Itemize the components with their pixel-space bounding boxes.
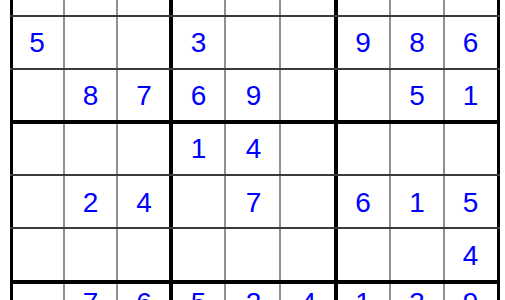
cell-r5c9[interactable]: 5 xyxy=(444,176,497,229)
cell-r7c3[interactable]: 6 xyxy=(117,282,171,300)
cell-r4c4[interactable]: 1 xyxy=(171,122,226,176)
cell-r2c5[interactable] xyxy=(226,16,281,69)
given-digit: 2 xyxy=(83,189,99,217)
cell-r4c5[interactable]: 4 xyxy=(226,122,281,176)
cell-r4c3[interactable] xyxy=(117,122,171,176)
cell-r5c6[interactable] xyxy=(281,176,336,229)
given-digit: 5 xyxy=(409,82,425,110)
cell-r2c8[interactable]: 8 xyxy=(390,16,444,69)
cell-r6c4[interactable] xyxy=(171,229,226,282)
sudoku-board: 5398687695114247615476524139 xyxy=(0,0,505,300)
given-digit: 7 xyxy=(136,82,152,110)
given-digit: 4 xyxy=(463,242,479,270)
given-digit: 9 xyxy=(355,29,371,57)
cell-r3c1[interactable] xyxy=(10,69,64,122)
given-digit: 4 xyxy=(246,135,262,163)
given-digit: 5 xyxy=(463,189,479,217)
cell-r4c8[interactable] xyxy=(390,122,444,176)
cell-r6c3[interactable] xyxy=(117,229,171,282)
given-digit: 9 xyxy=(463,289,479,300)
cell-r6c1[interactable] xyxy=(10,229,64,282)
cell-r6c2[interactable] xyxy=(64,229,117,282)
cell-r7c9[interactable]: 9 xyxy=(444,282,497,300)
given-digit: 5 xyxy=(29,29,45,57)
cell-r3c9[interactable]: 1 xyxy=(444,69,497,122)
cell-r1c2[interactable] xyxy=(64,0,117,16)
cell-r2c4[interactable]: 3 xyxy=(171,16,226,69)
cell-r2c1[interactable]: 5 xyxy=(10,16,64,69)
cell-r2c2[interactable] xyxy=(64,16,117,69)
given-digit: 1 xyxy=(191,135,207,163)
cell-r5c3[interactable]: 4 xyxy=(117,176,171,229)
cell-r1c7[interactable] xyxy=(336,0,390,16)
cell-r5c7[interactable]: 6 xyxy=(336,176,390,229)
cell-r4c6[interactable] xyxy=(281,122,336,176)
cell-r7c6[interactable]: 4 xyxy=(281,282,336,300)
cell-r3c5[interactable]: 9 xyxy=(226,69,281,122)
cell-r1c3[interactable] xyxy=(117,0,171,16)
cell-r1c8[interactable] xyxy=(390,0,444,16)
cell-r2c6[interactable] xyxy=(281,16,336,69)
cell-r5c4[interactable] xyxy=(171,176,226,229)
given-digit: 4 xyxy=(136,189,152,217)
cell-r7c4[interactable]: 5 xyxy=(171,282,226,300)
cell-r2c7[interactable]: 9 xyxy=(336,16,390,69)
cell-r5c2[interactable]: 2 xyxy=(64,176,117,229)
cell-r1c5[interactable] xyxy=(226,0,281,16)
given-digit: 6 xyxy=(191,82,207,110)
cell-r1c9[interactable] xyxy=(444,0,497,16)
cell-r5c1[interactable] xyxy=(10,176,64,229)
given-digit: 5 xyxy=(191,289,207,300)
given-digit: 6 xyxy=(136,289,152,300)
cell-r7c8[interactable]: 3 xyxy=(390,282,444,300)
cell-r3c7[interactable] xyxy=(336,69,390,122)
cell-r1c4[interactable] xyxy=(171,0,226,16)
cell-r3c3[interactable]: 7 xyxy=(117,69,171,122)
given-digit: 4 xyxy=(301,289,317,300)
box-border-vertical xyxy=(497,0,500,300)
given-digit: 6 xyxy=(463,29,479,57)
cell-r6c7[interactable] xyxy=(336,229,390,282)
cell-r3c6[interactable] xyxy=(281,69,336,122)
cell-r3c8[interactable]: 5 xyxy=(390,69,444,122)
given-digit: 7 xyxy=(83,289,99,300)
given-digit: 7 xyxy=(246,189,262,217)
cell-r4c1[interactable] xyxy=(10,122,64,176)
given-digit: 2 xyxy=(246,289,262,300)
cell-r1c1[interactable] xyxy=(10,0,64,16)
cell-r3c2[interactable]: 8 xyxy=(64,69,117,122)
cell-r1c6[interactable] xyxy=(281,0,336,16)
cell-r2c3[interactable] xyxy=(117,16,171,69)
given-digit: 1 xyxy=(409,189,425,217)
cell-r7c7[interactable]: 1 xyxy=(336,282,390,300)
cell-r4c9[interactable] xyxy=(444,122,497,176)
given-digit: 6 xyxy=(355,189,371,217)
cell-r3c4[interactable]: 6 xyxy=(171,69,226,122)
given-digit: 8 xyxy=(83,82,99,110)
cell-r7c2[interactable]: 7 xyxy=(64,282,117,300)
cell-r6c9[interactable]: 4 xyxy=(444,229,497,282)
cell-r2c9[interactable]: 6 xyxy=(444,16,497,69)
given-digit: 3 xyxy=(409,289,425,300)
cell-r5c5[interactable]: 7 xyxy=(226,176,281,229)
cell-r7c1[interactable] xyxy=(10,282,64,300)
cell-r6c6[interactable] xyxy=(281,229,336,282)
given-digit: 1 xyxy=(355,289,371,300)
cell-r7c5[interactable]: 2 xyxy=(226,282,281,300)
given-digit: 9 xyxy=(246,82,262,110)
cell-r6c5[interactable] xyxy=(226,229,281,282)
cell-r6c8[interactable] xyxy=(390,229,444,282)
cell-r4c7[interactable] xyxy=(336,122,390,176)
cell-r5c8[interactable]: 1 xyxy=(390,176,444,229)
given-digit: 3 xyxy=(191,29,207,57)
cell-r4c2[interactable] xyxy=(64,122,117,176)
given-digit: 8 xyxy=(409,29,425,57)
given-digit: 1 xyxy=(463,82,479,110)
